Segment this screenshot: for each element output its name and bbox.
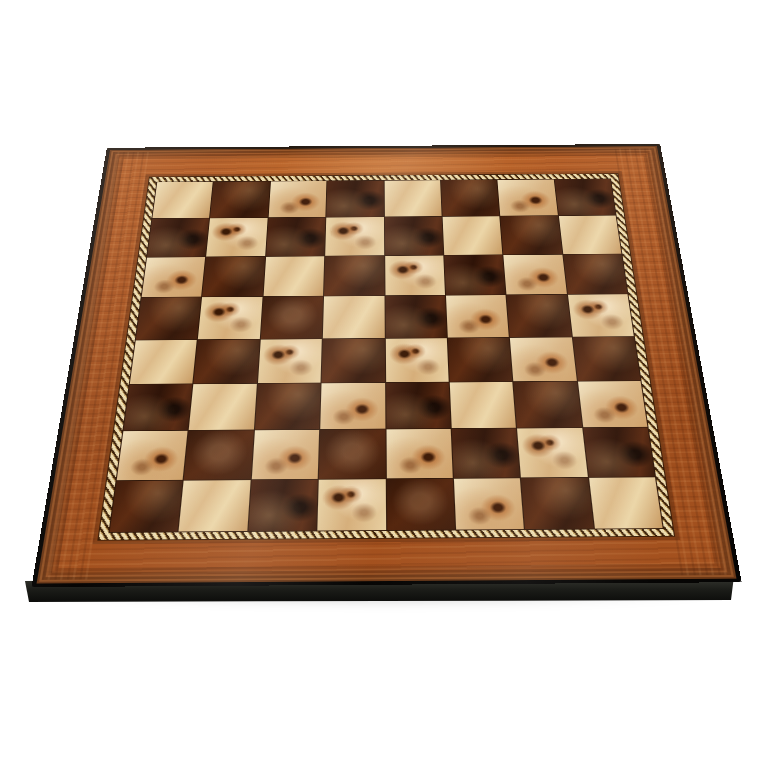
square-f1	[454, 478, 524, 530]
product-photo-background	[0, 0, 760, 760]
square-d2	[319, 430, 385, 479]
square-e1	[386, 478, 455, 530]
square-h5	[568, 294, 634, 336]
square-h1	[589, 477, 663, 529]
square-h7	[559, 216, 622, 254]
square-c4	[258, 339, 322, 383]
square-c3	[255, 383, 321, 429]
square-e4	[385, 338, 448, 382]
square-f3	[450, 382, 517, 428]
square-g8	[498, 179, 558, 215]
square-b1	[179, 480, 250, 532]
rope-inlay-border	[97, 173, 675, 540]
square-b7	[207, 218, 268, 256]
square-g1	[521, 477, 593, 529]
square-f2	[452, 429, 520, 478]
square-e6	[385, 255, 445, 295]
square-g2	[517, 428, 587, 477]
square-b5	[198, 297, 262, 339]
square-d6	[324, 256, 384, 296]
board-perspective-wrapper	[0, 0, 760, 760]
square-b8	[210, 181, 269, 217]
square-h4	[572, 337, 640, 381]
square-c2	[252, 430, 320, 479]
square-h2	[583, 428, 655, 477]
square-c7	[266, 218, 326, 256]
square-b3	[189, 384, 257, 430]
square-e3	[386, 382, 451, 428]
square-g5	[507, 295, 572, 337]
square-e5	[385, 296, 447, 338]
square-c6	[263, 256, 324, 296]
square-d3	[320, 383, 385, 429]
square-a3	[123, 384, 192, 431]
square-a7	[147, 219, 209, 257]
square-a8	[152, 182, 213, 218]
square-c8	[268, 181, 326, 217]
board-squares-grid	[108, 179, 663, 533]
square-c5	[261, 296, 324, 338]
square-d1	[317, 479, 385, 531]
square-h3	[578, 381, 648, 427]
square-a6	[142, 257, 206, 297]
square-f4	[448, 337, 513, 381]
square-g3	[514, 381, 582, 427]
square-f5	[446, 295, 509, 337]
square-f7	[442, 217, 502, 255]
square-e2	[386, 429, 453, 478]
square-g7	[501, 216, 562, 254]
board-lacquer-edge	[31, 144, 741, 587]
square-e8	[384, 180, 441, 216]
square-g4	[510, 337, 576, 381]
square-a5	[136, 297, 202, 339]
square-g6	[504, 255, 567, 295]
square-f8	[441, 180, 500, 216]
square-d8	[326, 181, 383, 217]
square-b4	[194, 339, 260, 383]
square-b2	[184, 431, 253, 480]
square-h6	[563, 254, 627, 294]
square-b6	[202, 257, 264, 297]
square-a2	[117, 431, 188, 480]
square-h8	[554, 179, 615, 215]
square-d7	[325, 217, 383, 255]
chess-board	[31, 144, 741, 587]
square-f6	[444, 255, 506, 295]
square-c1	[248, 479, 318, 531]
square-d5	[323, 296, 384, 338]
square-d4	[322, 338, 385, 382]
square-e7	[384, 217, 443, 255]
board-frame	[37, 146, 737, 583]
square-a4	[130, 340, 197, 384]
square-a1	[110, 480, 183, 532]
